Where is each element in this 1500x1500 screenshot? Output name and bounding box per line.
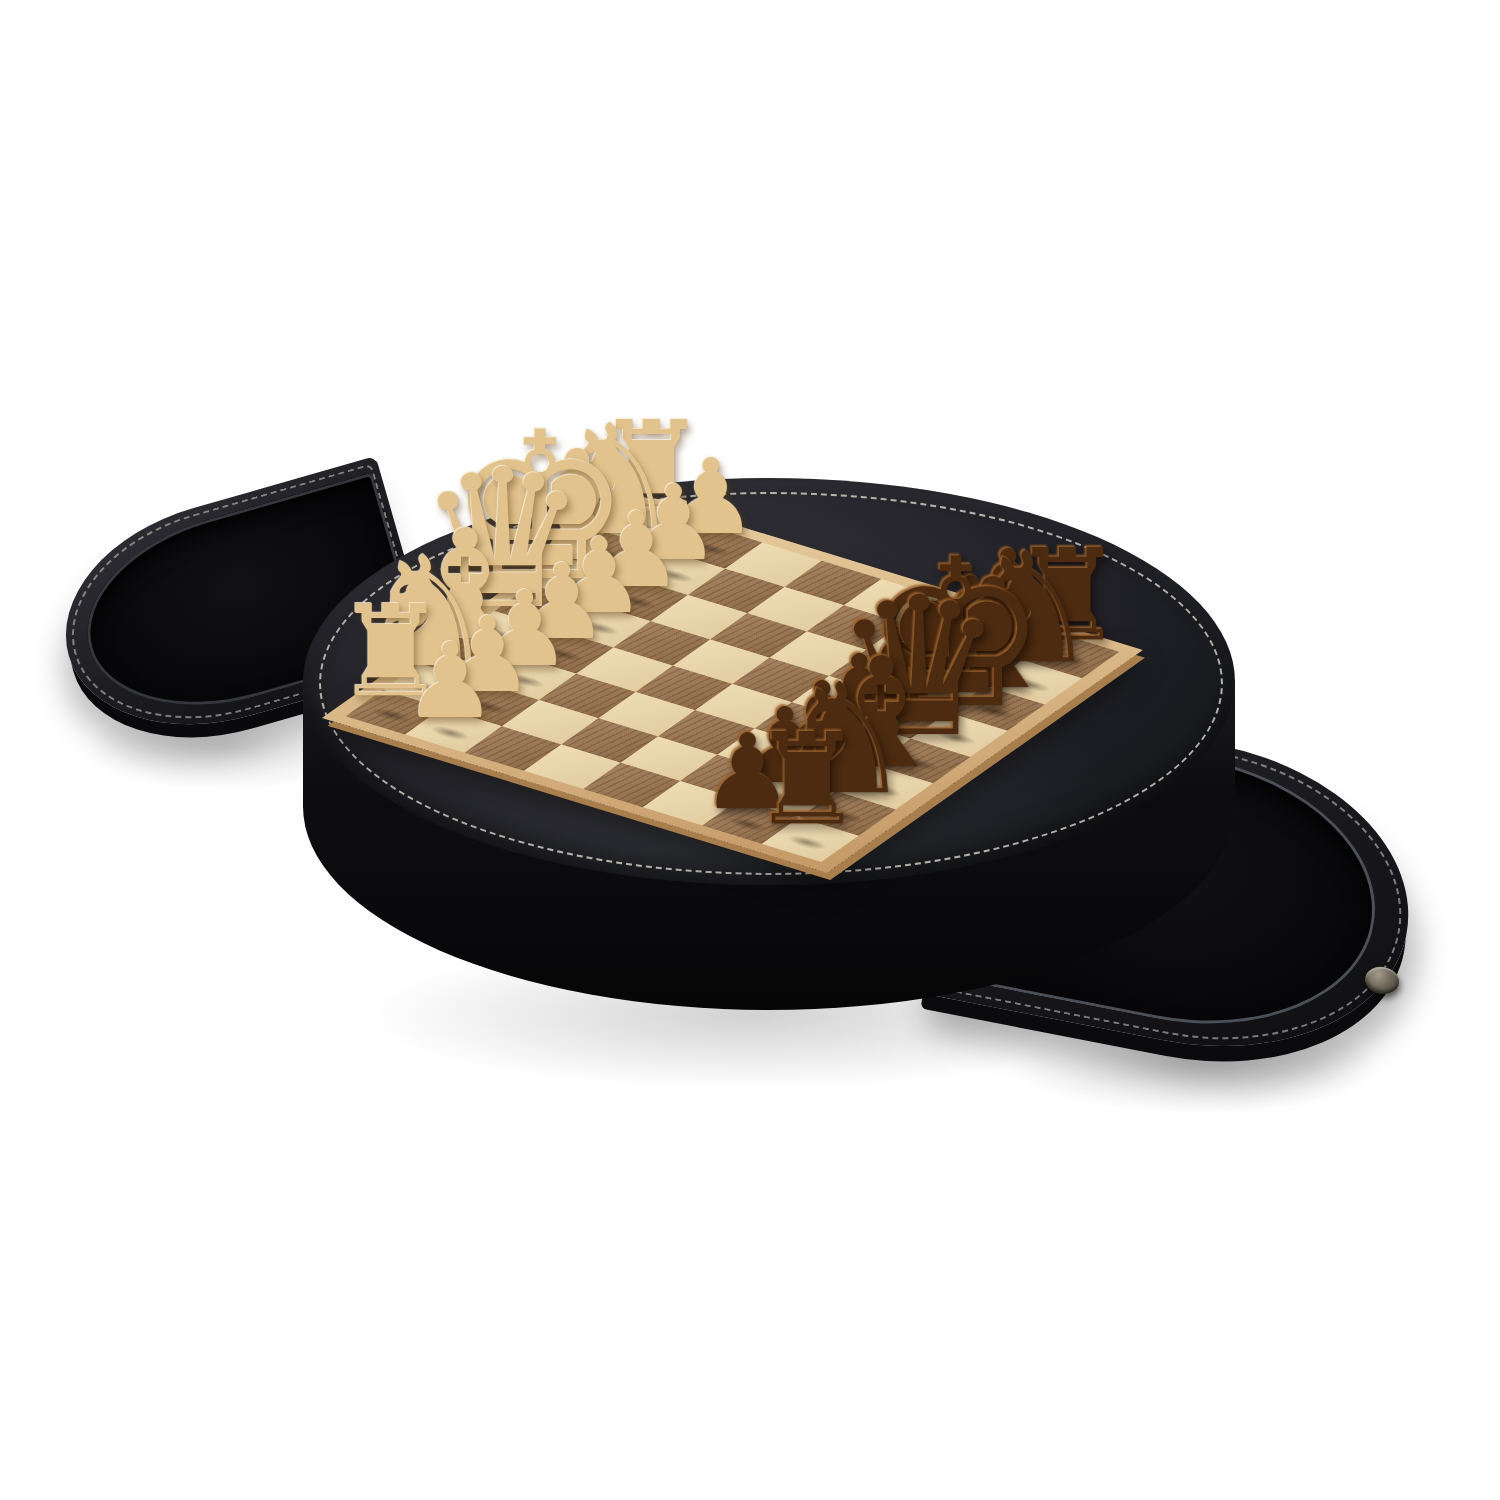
piece-glyph: ♟ <box>403 629 496 733</box>
piece-glyph: ♜ <box>750 716 863 842</box>
square-r7c7[interactable]: ♜ <box>762 818 859 863</box>
product-photo-stage: ♜♟♟♜♞♟♟♞♝♟♟♝♚♟♟♚♛♟♟♛♝♟♟♝♞♟♟♞♜♟♟♜ <box>0 0 1500 1500</box>
